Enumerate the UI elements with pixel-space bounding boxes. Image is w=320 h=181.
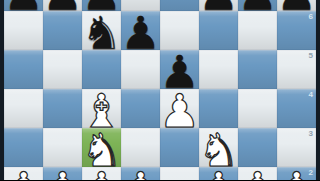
square-g6[interactable] xyxy=(238,11,277,50)
square-b7[interactable]: ♟ xyxy=(43,0,82,11)
white-pawn-piece-e4[interactable]: ♟ xyxy=(160,91,199,130)
square-b6[interactable] xyxy=(43,11,82,50)
white-pawn-piece-f2[interactable]: ♟ xyxy=(199,169,238,181)
square-e4[interactable]: ♟ xyxy=(160,89,199,128)
black-pawn-piece-d6[interactable]: ♟ xyxy=(121,13,160,52)
square-a6[interactable] xyxy=(4,11,43,50)
square-h7[interactable]: ♟ xyxy=(277,0,316,11)
rank-label-3: 3 xyxy=(309,130,313,138)
square-c2[interactable]: ♟ xyxy=(82,167,121,180)
white-pawn-piece-b2[interactable]: ♟ xyxy=(43,169,82,181)
square-h6[interactable]: 6 xyxy=(277,11,316,50)
square-a5[interactable] xyxy=(4,50,43,89)
white-pawn-piece-a2[interactable]: ♟ xyxy=(4,169,43,181)
square-b4[interactable] xyxy=(43,89,82,128)
square-b5[interactable] xyxy=(43,50,82,89)
square-f2[interactable]: ♟ xyxy=(199,167,238,180)
square-e7[interactable] xyxy=(160,0,199,11)
square-g2[interactable]: ♟ xyxy=(238,167,277,180)
square-f7[interactable]: ♟ xyxy=(199,0,238,11)
square-e3[interactable] xyxy=(160,128,199,167)
square-g7[interactable]: ♟ xyxy=(238,0,277,11)
rank-label-4: 4 xyxy=(309,91,313,99)
chess-board-viewport: ♜♝♛♚♝♞♜♟♟♟♟♟♟♞♟6♟5♝♟4♞♞3♟♟♟♟♟♟♟2♜♝♛♚♜ xyxy=(0,0,320,180)
square-d6[interactable]: ♟ xyxy=(121,11,160,50)
square-a4[interactable] xyxy=(4,89,43,128)
square-e2[interactable] xyxy=(160,167,199,180)
white-pawn-piece-g2[interactable]: ♟ xyxy=(238,169,277,181)
rank-label-5: 5 xyxy=(309,52,313,60)
square-c6[interactable]: ♞ xyxy=(82,11,121,50)
chess-board: ♜♝♛♚♝♞♜♟♟♟♟♟♟♞♟6♟5♝♟4♞♞3♟♟♟♟♟♟♟2♜♝♛♚♜ xyxy=(4,0,316,180)
rank-label-2: 2 xyxy=(309,169,313,177)
white-pawn-piece-c2[interactable]: ♟ xyxy=(82,169,121,181)
square-g5[interactable] xyxy=(238,50,277,89)
square-d5[interactable] xyxy=(121,50,160,89)
square-f6[interactable] xyxy=(199,11,238,50)
square-h2[interactable]: ♟2 xyxy=(277,167,316,180)
square-d4[interactable] xyxy=(121,89,160,128)
square-a2[interactable]: ♟ xyxy=(4,167,43,180)
black-knight-piece-c6[interactable]: ♞ xyxy=(82,13,121,52)
square-d2[interactable]: ♟ xyxy=(121,167,160,180)
square-g4[interactable] xyxy=(238,89,277,128)
square-h4[interactable]: 4 xyxy=(277,89,316,128)
rank-label-6: 6 xyxy=(309,13,313,21)
square-a7[interactable]: ♟ xyxy=(4,0,43,11)
square-f5[interactable] xyxy=(199,50,238,89)
square-b2[interactable]: ♟ xyxy=(43,167,82,180)
square-h5[interactable]: 5 xyxy=(277,50,316,89)
white-pawn-piece-d2[interactable]: ♟ xyxy=(121,169,160,181)
